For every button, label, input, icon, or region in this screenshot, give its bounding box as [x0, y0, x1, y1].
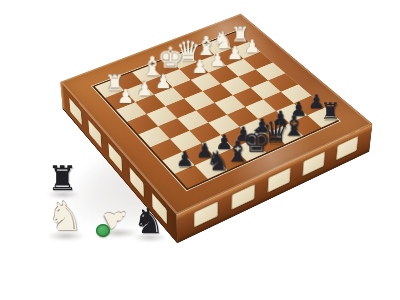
box-lid: ♜♝♚♛♝♞♜♟♟♟♟♟♟♟♟♟♟♟♟♟♟♟♞♝♚♛♝♜: [60, 14, 372, 215]
side-inlay-panel: [193, 201, 217, 227]
white-pawn-f2[interactable]: ♟: [155, 72, 172, 91]
side-inlay-panel: [267, 168, 290, 193]
white-pawn-a2[interactable]: ♟: [244, 37, 260, 55]
side-inlay-panel: [302, 151, 325, 176]
side-inlay-panel: [231, 184, 255, 210]
white-pawn-d2[interactable]: ♟: [192, 58, 209, 76]
offboard-black-rook[interactable]: ♜: [47, 161, 77, 195]
white-pawn-g2[interactable]: ♟: [136, 79, 153, 98]
offboard-black-knight[interactable]: ♞: [133, 204, 164, 239]
black-knight-g8[interactable]: ♞: [206, 147, 230, 174]
scene: ♜♝♚♛♝♞♜♟♟♟♟♟♟♟♟♟♟♟♟♟♟♟♞♝♚♛♝♜: [0, 0, 400, 300]
black-rook-a8[interactable]: ♜: [320, 101, 340, 124]
black-pawn-h7[interactable]: ♟: [176, 149, 194, 170]
green-felt-base: [96, 224, 110, 237]
chess-set-photo: ♜♝♚♛♝♞♜♟♟♟♟♟♟♟♟♟♟♟♟♟♟♟♞♝♚♛♝♜ ♜ ♞ ♟ ♞: [0, 0, 400, 300]
white-knight-glyph: ♞: [47, 196, 83, 236]
white-pawn-h2[interactable]: ♟: [117, 87, 134, 106]
white-pawn-b2[interactable]: ♟: [227, 44, 243, 62]
black-rook-glyph: ♜: [47, 161, 77, 195]
offboard-white-knight[interactable]: ♞: [47, 196, 83, 236]
chess-box: ♜♝♚♛♝♞♜♟♟♟♟♟♟♟♟♟♟♟♟♟♟♟♞♝♚♛♝♜: [60, 14, 372, 215]
white-pawn-c2[interactable]: ♟: [209, 51, 225, 69]
side-inlay-panel: [336, 136, 358, 161]
black-knight-glyph: ♞: [133, 204, 164, 239]
